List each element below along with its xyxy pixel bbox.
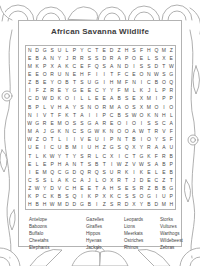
grid-cell[interactable]: X <box>100 193 107 201</box>
grid-cell[interactable]: Z <box>145 185 152 193</box>
grid-cell[interactable]: O <box>123 127 130 135</box>
grid-cell[interactable]: X <box>130 201 137 209</box>
grid-cell[interactable]: Z <box>123 160 130 168</box>
grid-cell[interactable]: N <box>48 54 55 62</box>
grid-cell[interactable]: W <box>26 136 33 144</box>
grid-cell[interactable]: S <box>145 119 152 127</box>
grid-cell[interactable]: R <box>48 87 55 95</box>
grid-cell[interactable]: E <box>123 185 130 193</box>
grid-cell[interactable]: C <box>108 111 115 119</box>
grid-cell[interactable]: I <box>130 168 137 176</box>
grid-cell[interactable]: I <box>123 119 130 127</box>
grid-cell[interactable]: Z <box>100 144 107 152</box>
grid-cell[interactable]: D <box>153 62 160 70</box>
grid-cell[interactable]: P <box>168 160 175 168</box>
grid-cell[interactable]: A <box>100 185 107 193</box>
grid-cell[interactable]: D <box>153 201 160 209</box>
grid-cell[interactable]: H <box>41 201 48 209</box>
grid-cell[interactable]: T <box>130 152 137 160</box>
grid-cell[interactable]: W <box>48 152 55 160</box>
grid-cell[interactable]: H <box>145 46 152 54</box>
grid-cell[interactable]: D <box>123 201 130 209</box>
grid-cell[interactable]: S <box>145 160 152 168</box>
grid-cell[interactable]: O <box>63 95 70 103</box>
grid-cell[interactable]: E <box>71 70 78 78</box>
grid-cell[interactable]: K <box>41 152 48 160</box>
grid-cell[interactable]: M <box>71 144 78 152</box>
grid-cell[interactable]: R <box>100 103 107 111</box>
grid-cell[interactable]: P <box>41 62 48 70</box>
grid-cell[interactable]: Y <box>63 87 70 95</box>
grid-cell[interactable]: P <box>48 160 55 168</box>
grid-cell[interactable]: R <box>145 144 152 152</box>
grid-cell[interactable]: L <box>93 152 100 160</box>
grid-cell[interactable]: C <box>100 152 107 160</box>
grid-cell[interactable]: P <box>168 95 175 103</box>
grid-cell[interactable]: L <box>48 176 55 184</box>
grid-cell[interactable]: E <box>130 70 137 78</box>
grid-cell[interactable]: I <box>26 87 33 95</box>
grid-cell[interactable]: S <box>153 119 160 127</box>
grid-cell[interactable]: N <box>26 46 33 54</box>
grid-cell[interactable]: R <box>41 119 48 127</box>
grid-cell[interactable]: H <box>93 144 100 152</box>
grid-cell[interactable]: E <box>33 168 40 176</box>
grid-cell[interactable]: U <box>26 144 33 152</box>
grid-cell[interactable]: E <box>41 79 48 87</box>
grid-cell[interactable]: B <box>86 201 93 209</box>
grid-cell[interactable]: K <box>63 62 70 70</box>
grid-cell[interactable]: R <box>78 54 85 62</box>
grid-cell[interactable]: V <box>48 103 55 111</box>
grid-cell[interactable]: S <box>48 46 55 54</box>
grid-cell[interactable]: K <box>63 176 70 184</box>
grid-cell[interactable]: A <box>63 160 70 168</box>
grid-cell[interactable]: F <box>138 46 145 54</box>
grid-cell[interactable]: E <box>100 95 107 103</box>
grid-cell[interactable]: A <box>115 54 122 62</box>
grid-cell[interactable]: B <box>130 136 137 144</box>
grid-cell[interactable]: S <box>63 193 70 201</box>
grid-cell[interactable]: P <box>33 103 40 111</box>
grid-cell[interactable]: G <box>138 152 145 160</box>
grid-cell[interactable]: M <box>108 103 115 111</box>
grid-cell[interactable]: B <box>153 79 160 87</box>
grid-cell[interactable]: E <box>145 168 152 176</box>
grid-cell[interactable]: R <box>86 152 93 160</box>
grid-cell[interactable]: S <box>93 54 100 62</box>
grid-cell[interactable]: D <box>123 62 130 70</box>
grid-cell[interactable]: C <box>86 46 93 54</box>
grid-cell[interactable]: D <box>33 95 40 103</box>
grid-cell[interactable]: P <box>160 95 167 103</box>
grid-cell[interactable]: Y <box>48 79 55 87</box>
grid-cell[interactable]: H <box>168 201 175 209</box>
grid-cell[interactable]: C <box>56 168 63 176</box>
grid-cell[interactable]: P <box>108 136 115 144</box>
grid-cell[interactable]: I <box>26 168 33 176</box>
grid-cell[interactable]: U <box>86 79 93 87</box>
grid-cell[interactable]: Y <box>71 152 78 160</box>
grid-cell[interactable]: L <box>153 87 160 95</box>
grid-cell[interactable]: M <box>145 103 152 111</box>
grid-cell[interactable]: H <box>108 79 115 87</box>
grid-cell[interactable]: I <box>115 152 122 160</box>
grid-cell[interactable]: S <box>138 62 145 70</box>
grid-cell[interactable]: S <box>108 201 115 209</box>
grid-cell[interactable]: G <box>168 185 175 193</box>
grid-cell[interactable]: K <box>100 127 107 135</box>
grid-cell[interactable]: B <box>33 79 40 87</box>
grid-cell[interactable]: X <box>108 152 115 160</box>
grid-cell[interactable]: A <box>108 62 115 70</box>
grid-cell[interactable]: H <box>78 70 85 78</box>
grid-cell[interactable]: C <box>26 95 33 103</box>
grid-cell[interactable]: D <box>33 46 40 54</box>
grid-cell[interactable]: V <box>130 160 137 168</box>
grid-cell[interactable]: Y <box>41 185 48 193</box>
grid-cell[interactable]: O <box>168 103 175 111</box>
grid-cell[interactable]: O <box>153 103 160 111</box>
grid-cell[interactable]: R <box>100 119 107 127</box>
grid-cell[interactable]: A <box>153 160 160 168</box>
grid-cell[interactable]: U <box>93 136 100 144</box>
grid-cell[interactable]: I <box>108 160 115 168</box>
grid-cell[interactable]: Q <box>71 193 78 201</box>
grid-cell[interactable]: I <box>33 111 40 119</box>
grid-cell[interactable]: Z <box>100 201 107 209</box>
grid-cell[interactable]: S <box>78 103 85 111</box>
grid-cell[interactable]: B <box>160 160 167 168</box>
grid-cell[interactable]: F <box>86 62 93 70</box>
grid-cell[interactable]: A <box>115 103 122 111</box>
grid-cell[interactable]: G <box>93 79 100 87</box>
grid-cell[interactable]: D <box>138 176 145 184</box>
grid-cell[interactable]: C <box>153 176 160 184</box>
grid-cell[interactable]: K <box>63 111 70 119</box>
grid-cell[interactable]: L <box>63 46 70 54</box>
grid-cell[interactable]: M <box>26 62 33 70</box>
grid-cell[interactable]: B <box>160 185 167 193</box>
grid-cell[interactable]: T <box>108 70 115 78</box>
grid-cell[interactable]: O <box>93 103 100 111</box>
grid-cell[interactable]: H <box>56 103 63 111</box>
grid-cell[interactable]: L <box>78 95 85 103</box>
grid-cell[interactable]: E <box>168 54 175 62</box>
grid-cell[interactable]: S <box>100 168 107 176</box>
grid-cell[interactable]: H <box>26 201 33 209</box>
grid-cell[interactable]: P <box>160 87 167 95</box>
grid-cell[interactable]: C <box>41 193 48 201</box>
grid-cell[interactable]: M <box>160 46 167 54</box>
grid-cell[interactable]: Y <box>108 87 115 95</box>
grid-cell[interactable]: L <box>41 103 48 111</box>
grid-cell[interactable]: T <box>93 46 100 54</box>
grid-cell[interactable]: J <box>63 54 70 62</box>
grid-cell[interactable]: A <box>130 127 137 135</box>
grid-cell[interactable]: B <box>26 103 33 111</box>
grid-cell[interactable]: S <box>78 79 85 87</box>
grid-cell[interactable]: S <box>160 70 167 78</box>
grid-cell[interactable]: C <box>71 127 78 135</box>
grid-cell[interactable]: Y <box>71 103 78 111</box>
grid-cell[interactable]: W <box>153 70 160 78</box>
grid-cell[interactable]: F <box>115 87 122 95</box>
grid-cell[interactable]: E <box>78 185 85 193</box>
grid-cell[interactable]: A <box>153 144 160 152</box>
grid-cell[interactable]: O <box>115 127 122 135</box>
grid-cell[interactable]: Q <box>168 79 175 87</box>
grid-cell[interactable]: N <box>115 136 122 144</box>
grid-cell[interactable]: A <box>168 119 175 127</box>
grid-cell[interactable]: R <box>160 152 167 160</box>
grid-cell[interactable]: S <box>33 176 40 184</box>
grid-cell[interactable]: S <box>123 95 130 103</box>
grid-cell[interactable]: L <box>93 176 100 184</box>
grid-cell[interactable]: F <box>153 152 160 160</box>
grid-cell[interactable]: S <box>130 185 137 193</box>
grid-cell[interactable]: R <box>48 70 55 78</box>
grid-cell[interactable]: T <box>26 152 33 160</box>
grid-cell[interactable]: W <box>168 62 175 70</box>
grid-cell[interactable]: D <box>100 54 107 62</box>
grid-cell[interactable]: M <box>145 95 152 103</box>
grid-cell[interactable]: E <box>26 54 33 62</box>
grid-cell[interactable]: E <box>130 95 137 103</box>
grid-cell[interactable]: D <box>71 201 78 209</box>
grid-cell[interactable]: K <box>145 111 152 119</box>
grid-cell[interactable]: B <box>115 95 122 103</box>
grid-cell[interactable]: W <box>130 111 137 119</box>
grid-cell[interactable]: B <box>63 79 70 87</box>
grid-cell[interactable]: W <box>93 127 100 135</box>
grid-cell[interactable]: R <box>138 185 145 193</box>
grid-cell[interactable]: G <box>78 201 85 209</box>
grid-cell[interactable]: W <box>33 185 40 193</box>
grid-cell[interactable]: Z <box>41 87 48 95</box>
grid-cell[interactable]: O <box>130 54 137 62</box>
grid-cell[interactable]: D <box>48 185 55 193</box>
grid-cell[interactable]: R <box>108 54 115 62</box>
grid-cell[interactable]: E <box>26 160 33 168</box>
grid-cell[interactable]: D <box>71 168 78 176</box>
grid-cell[interactable]: O <box>145 136 152 144</box>
grid-cell[interactable]: B <box>56 193 63 201</box>
grid-cell[interactable]: J <box>86 176 93 184</box>
grid-cell[interactable]: V <box>78 136 85 144</box>
grid-cell[interactable]: M <box>41 168 48 176</box>
grid-cell[interactable]: E <box>33 144 40 152</box>
grid-cell[interactable]: W <box>138 160 145 168</box>
grid-cell[interactable]: I <box>63 136 70 144</box>
grid-cell[interactable]: E <box>145 176 152 184</box>
grid-cell[interactable]: G <box>168 70 175 78</box>
grid-cell[interactable]: S <box>145 62 152 70</box>
grid-cell[interactable]: E <box>41 160 48 168</box>
grid-cell[interactable]: D <box>63 201 70 209</box>
grid-cell[interactable]: T <box>100 160 107 168</box>
grid-cell[interactable]: K <box>56 127 63 135</box>
grid-cell[interactable]: Z <box>26 79 33 87</box>
grid-cell[interactable]: T <box>93 185 100 193</box>
grid-cell[interactable]: A <box>41 54 48 62</box>
grid-cell[interactable]: E <box>138 54 145 62</box>
grid-cell[interactable]: E <box>93 95 100 103</box>
grid-cell[interactable]: I <box>100 136 107 144</box>
grid-cell[interactable]: F <box>33 87 40 95</box>
grid-cell[interactable]: P <box>71 46 78 54</box>
grid-cell[interactable]: G <box>145 193 152 201</box>
grid-cell[interactable]: S <box>115 185 122 193</box>
grid-cell[interactable]: M <box>56 201 63 209</box>
grid-cell[interactable]: W <box>26 119 33 127</box>
grid-cell[interactable]: S <box>78 152 85 160</box>
grid-cell[interactable]: Y <box>56 152 63 160</box>
grid-cell[interactable]: I <box>138 136 145 144</box>
grid-cell[interactable]: S <box>130 193 137 201</box>
grid-cell[interactable]: E <box>108 119 115 127</box>
grid-cell[interactable]: Z <box>115 46 122 54</box>
grid-cell[interactable]: B <box>168 152 175 160</box>
grid-cell[interactable]: Q <box>78 168 85 176</box>
grid-cell[interactable]: O <box>130 119 137 127</box>
grid-cell[interactable]: T <box>63 152 70 160</box>
grid-cell[interactable]: S <box>78 119 85 127</box>
grid-cell[interactable]: L <box>145 54 152 62</box>
grid-cell[interactable]: M <box>123 87 130 95</box>
grid-cell[interactable]: W <box>138 127 145 135</box>
grid-cell[interactable]: U <box>168 144 175 152</box>
grid-cell[interactable]: G <box>71 87 78 95</box>
grid-cell[interactable]: C <box>160 119 167 127</box>
grid-cell[interactable]: K <box>108 193 115 201</box>
grid-cell[interactable]: S <box>160 136 167 144</box>
grid-cell[interactable]: H <box>160 111 167 119</box>
grid-cell[interactable]: F <box>168 127 175 135</box>
grid-cell[interactable]: Y <box>78 46 85 54</box>
grid-cell[interactable]: I <box>100 70 107 78</box>
grid-cell[interactable]: K <box>56 95 63 103</box>
grid-cell[interactable]: G <box>86 127 93 135</box>
grid-cell[interactable]: N <box>130 79 137 87</box>
grid-cell[interactable]: M <box>26 127 33 135</box>
grid-cell[interactable]: R <box>168 87 175 95</box>
grid-cell[interactable]: T <box>48 111 55 119</box>
grid-cell[interactable]: Z <box>33 136 40 144</box>
grid-cell[interactable]: Q <box>93 62 100 70</box>
grid-cell[interactable]: N <box>63 70 70 78</box>
grid-cell[interactable]: A <box>78 176 85 184</box>
grid-cell[interactable]: G <box>41 46 48 54</box>
grid-cell[interactable]: H <box>123 46 130 54</box>
grid-cell[interactable]: W <box>48 201 55 209</box>
grid-cell[interactable]: T <box>71 79 78 87</box>
grid-cell[interactable]: T <box>71 111 78 119</box>
grid-cell[interactable]: X <box>108 176 115 184</box>
grid-cell[interactable]: X <box>160 54 167 62</box>
grid-cell[interactable]: K <box>123 168 130 176</box>
grid-cell[interactable]: F <box>115 70 122 78</box>
grid-cell[interactable]: O <box>138 70 145 78</box>
grid-cell[interactable]: B <box>93 160 100 168</box>
grid-cell[interactable]: T <box>168 176 175 184</box>
grid-cell[interactable]: T <box>78 160 85 168</box>
grid-cell[interactable]: C <box>71 62 78 70</box>
grid-cell[interactable]: E <box>33 70 40 78</box>
grid-cell[interactable]: E <box>86 185 93 193</box>
grid-cell[interactable]: O <box>100 176 107 184</box>
grid-cell[interactable]: B <box>153 185 160 193</box>
grid-cell[interactable]: W <box>115 160 122 168</box>
grid-cell[interactable]: F <box>86 70 93 78</box>
grid-cell[interactable]: K <box>33 62 40 70</box>
grid-cell[interactable]: R <box>115 168 122 176</box>
grid-cell[interactable]: I <box>130 62 137 70</box>
grid-cell[interactable]: S <box>130 103 137 111</box>
grid-cell[interactable]: I <box>153 193 160 201</box>
grid-cell[interactable]: E <box>86 87 93 95</box>
grid-cell[interactable]: S <box>86 54 93 62</box>
grid-cell[interactable]: L <box>168 111 175 119</box>
grid-cell[interactable]: N <box>26 111 33 119</box>
grid-cell[interactable]: S <box>123 193 130 201</box>
grid-cell[interactable]: Q <box>123 144 130 152</box>
grid-cell[interactable]: K <box>26 193 33 201</box>
grid-cell[interactable]: K <box>86 193 93 201</box>
grid-cell[interactable]: S <box>130 46 137 54</box>
grid-cell[interactable]: L <box>33 160 40 168</box>
grid-cell[interactable]: S <box>100 62 107 70</box>
grid-cell[interactable]: V <box>160 127 167 135</box>
grid-cell[interactable]: L <box>33 152 40 160</box>
grid-cell[interactable]: M <box>160 201 167 209</box>
grid-cell[interactable]: D <box>48 95 55 103</box>
grid-cell[interactable]: X <box>138 95 145 103</box>
grid-cell[interactable]: X <box>48 62 55 70</box>
grid-cell[interactable]: B <box>33 54 40 62</box>
grid-cell[interactable]: A <box>78 111 85 119</box>
grid-cell[interactable]: I <box>138 79 145 87</box>
grid-cell[interactable]: K <box>145 152 152 160</box>
grid-cell[interactable]: R <box>115 176 122 184</box>
grid-cell[interactable]: H <box>108 185 115 193</box>
grid-cell[interactable]: T <box>123 176 130 184</box>
grid-cell[interactable]: V <box>56 185 63 193</box>
grid-cell[interactable]: C <box>123 70 130 78</box>
grid-cell[interactable]: O <box>56 79 63 87</box>
grid-cell[interactable]: B <box>63 144 70 152</box>
grid-cell[interactable]: I <box>93 70 100 78</box>
grid-cell[interactable]: O <box>41 136 48 144</box>
grid-cell[interactable]: Q <box>153 46 160 54</box>
grid-cell[interactable]: U <box>86 144 93 152</box>
grid-cell[interactable]: I <box>78 144 85 152</box>
grid-cell[interactable]: C <box>145 79 152 87</box>
grid-cell[interactable]: K <box>138 87 145 95</box>
grid-cell[interactable]: N <box>145 70 152 78</box>
grid-cell[interactable]: B <box>168 168 175 176</box>
grid-cell[interactable]: X <box>130 144 137 152</box>
grid-cell[interactable]: C <box>48 144 55 152</box>
grid-cell[interactable]: U <box>56 70 63 78</box>
grid-cell[interactable]: B <box>145 201 152 209</box>
grid-cell[interactable]: N <box>115 62 122 70</box>
grid-cell[interactable]: G <box>33 119 40 127</box>
grid-cell[interactable]: R <box>153 127 160 135</box>
grid-cell[interactable]: X <box>138 103 145 111</box>
grid-cell[interactable]: Z <box>26 185 33 193</box>
grid-cell[interactable]: I <box>138 119 145 127</box>
